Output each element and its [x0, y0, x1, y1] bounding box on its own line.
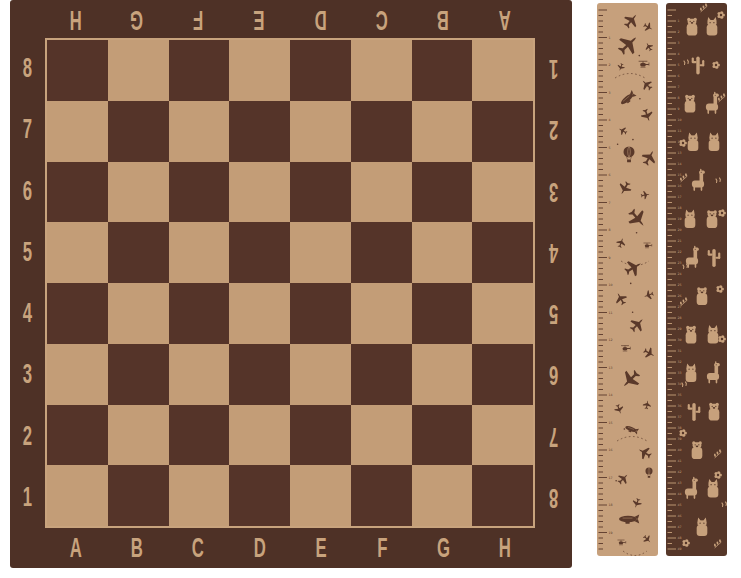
file-label-top-A: A	[498, 6, 510, 33]
svg-text:12: 12	[609, 338, 613, 342]
svg-text:41: 41	[678, 459, 682, 463]
file-label-bottom-B: B	[131, 535, 143, 562]
square-f1[interactable]	[351, 465, 412, 526]
square-h4[interactable]	[472, 283, 533, 344]
svg-text:16: 16	[609, 448, 613, 452]
rank-label-left-6: 6	[23, 178, 32, 205]
svg-text:4: 4	[609, 118, 611, 122]
svg-text:32: 32	[678, 360, 682, 364]
bear-icon	[687, 18, 698, 36]
svg-text:47: 47	[678, 525, 682, 529]
bear-icon	[707, 210, 718, 228]
square-e1[interactable]	[290, 465, 351, 526]
rank-label-right-6: 6	[549, 361, 558, 388]
bear-icon	[685, 95, 696, 113]
square-g2[interactable]	[412, 405, 473, 466]
square-g3[interactable]	[412, 344, 473, 405]
square-h1[interactable]	[472, 465, 533, 526]
svg-text:10: 10	[678, 118, 682, 122]
airplane-ruler: 12345678910111213141516171819	[597, 3, 658, 556]
svg-text:37: 37	[678, 415, 682, 419]
square-c1[interactable]	[169, 465, 230, 526]
square-e5[interactable]	[290, 222, 351, 283]
rank-label-left-1: 1	[23, 484, 32, 511]
square-d6[interactable]	[229, 162, 290, 223]
file-label-top-F: F	[193, 6, 203, 33]
svg-text:8: 8	[678, 96, 680, 100]
svg-text:14: 14	[678, 162, 682, 166]
animal-ruler: 1234567891011121314151617181920212223242…	[666, 3, 727, 556]
square-e3[interactable]	[290, 344, 351, 405]
rank-label-left-5: 5	[23, 239, 32, 266]
file-labels-top: HGFEDCBA	[45, 0, 535, 38]
square-f5[interactable]	[351, 222, 412, 283]
svg-text:22: 22	[678, 250, 682, 254]
bear-icon	[709, 403, 720, 421]
square-g5[interactable]	[412, 222, 473, 283]
svg-text:28: 28	[678, 316, 682, 320]
airplane-ruler-svg: 12345678910111213141516171819	[597, 3, 658, 556]
square-h6[interactable]	[472, 162, 533, 223]
square-h3[interactable]	[472, 344, 533, 405]
file-labels-bottom: ABCDEFGH	[45, 528, 535, 568]
rank-label-left-8: 8	[23, 55, 32, 82]
page: HGFEDCBA ABCDEFGH 87654321 12345678 1234…	[0, 0, 741, 578]
rank-label-right-3: 3	[549, 178, 558, 205]
square-a5[interactable]	[47, 222, 108, 283]
square-a6[interactable]	[47, 162, 108, 223]
svg-text:42: 42	[678, 470, 682, 474]
svg-text:6: 6	[678, 74, 680, 78]
rank-label-right-1: 1	[549, 55, 558, 82]
square-a4[interactable]	[47, 283, 108, 344]
svg-text:15: 15	[678, 173, 682, 177]
svg-text:48: 48	[678, 536, 682, 540]
square-d4[interactable]	[229, 283, 290, 344]
svg-text:34: 34	[678, 382, 682, 386]
square-d7[interactable]	[229, 101, 290, 162]
svg-text:38: 38	[678, 426, 682, 430]
square-f2[interactable]	[351, 405, 412, 466]
square-e6[interactable]	[290, 162, 351, 223]
svg-text:46: 46	[678, 514, 682, 518]
svg-text:18: 18	[609, 503, 613, 507]
board-grid-frame	[45, 38, 535, 528]
square-c8[interactable]	[169, 40, 230, 101]
file-label-top-E: E	[254, 6, 265, 33]
square-d1[interactable]	[229, 465, 290, 526]
square-d5[interactable]	[229, 222, 290, 283]
svg-text:39: 39	[678, 437, 682, 441]
square-d2[interactable]	[229, 405, 290, 466]
svg-text:6: 6	[609, 173, 611, 177]
square-c7[interactable]	[169, 101, 230, 162]
svg-text:49: 49	[678, 547, 682, 551]
svg-text:7: 7	[678, 85, 680, 89]
square-d3[interactable]	[229, 344, 290, 405]
square-f7[interactable]	[351, 101, 412, 162]
square-f4[interactable]	[351, 283, 412, 344]
square-a7[interactable]	[47, 101, 108, 162]
square-b8[interactable]	[108, 40, 169, 101]
file-label-top-G: G	[130, 6, 143, 33]
square-c2[interactable]	[169, 405, 230, 466]
rank-label-right-2: 2	[549, 116, 558, 143]
svg-text:13: 13	[678, 151, 682, 155]
svg-text:15: 15	[609, 421, 613, 425]
file-label-top-C: C	[376, 6, 388, 33]
svg-text:21: 21	[678, 239, 682, 243]
svg-text:20: 20	[678, 228, 682, 232]
svg-text:8: 8	[609, 228, 611, 232]
square-h8[interactable]	[472, 40, 533, 101]
file-label-bottom-C: C	[192, 535, 204, 562]
square-f6[interactable]	[351, 162, 412, 223]
svg-text:17: 17	[609, 476, 613, 480]
svg-text:40: 40	[678, 448, 682, 452]
svg-text:7: 7	[609, 201, 611, 205]
square-a3[interactable]	[47, 344, 108, 405]
square-h7[interactable]	[472, 101, 533, 162]
animal-ruler-svg: 1234567891011121314151617181920212223242…	[666, 3, 727, 556]
svg-text:17: 17	[678, 195, 682, 199]
chess-board: HGFEDCBA ABCDEFGH 87654321 12345678	[10, 0, 572, 568]
svg-text:14: 14	[609, 393, 613, 397]
square-g7[interactable]	[412, 101, 473, 162]
svg-text:25: 25	[678, 283, 682, 287]
square-b7[interactable]	[108, 101, 169, 162]
svg-text:4: 4	[678, 52, 680, 56]
svg-text:11: 11	[678, 129, 682, 133]
svg-text:19: 19	[678, 217, 682, 221]
rank-label-left-7: 7	[23, 116, 32, 143]
svg-text:43: 43	[678, 481, 682, 485]
square-e4[interactable]	[290, 283, 351, 344]
svg-text:19: 19	[609, 531, 613, 535]
square-a2[interactable]	[47, 405, 108, 466]
square-e8[interactable]	[290, 40, 351, 101]
bear-icon	[692, 441, 703, 459]
svg-text:45: 45	[678, 503, 682, 507]
square-c3[interactable]	[169, 344, 230, 405]
rank-label-right-5: 5	[549, 300, 558, 327]
rank-labels-left: 87654321	[10, 38, 45, 528]
square-d8[interactable]	[229, 40, 290, 101]
svg-text:44: 44	[678, 492, 682, 496]
rank-label-left-2: 2	[23, 423, 32, 450]
square-e7[interactable]	[290, 101, 351, 162]
rank-label-left-3: 3	[23, 361, 32, 388]
square-b2[interactable]	[108, 405, 169, 466]
rank-label-right-8: 8	[549, 484, 558, 511]
svg-text:29: 29	[678, 327, 682, 331]
rank-label-right-7: 7	[549, 423, 558, 450]
bear-icon	[686, 326, 697, 344]
square-h2[interactable]	[472, 405, 533, 466]
file-label-top-H: H	[70, 6, 82, 33]
rank-labels-right: 12345678	[535, 38, 572, 528]
square-b1[interactable]	[108, 465, 169, 526]
svg-text:33: 33	[678, 371, 682, 375]
file-label-bottom-F: F	[377, 535, 387, 562]
board-grid	[47, 40, 533, 526]
file-label-bottom-A: A	[70, 535, 82, 562]
file-label-bottom-H: H	[498, 535, 510, 562]
square-e2[interactable]	[290, 405, 351, 466]
square-a8[interactable]	[47, 40, 108, 101]
square-c6[interactable]	[169, 162, 230, 223]
file-label-top-B: B	[437, 6, 449, 33]
svg-text:9: 9	[678, 107, 680, 111]
square-b4[interactable]	[108, 283, 169, 344]
svg-text:9: 9	[609, 256, 611, 260]
file-label-top-D: D	[315, 6, 327, 33]
svg-text:5: 5	[678, 63, 680, 67]
svg-text:3: 3	[609, 91, 611, 95]
svg-text:26: 26	[678, 294, 682, 298]
svg-text:31: 31	[678, 349, 682, 353]
svg-text:30: 30	[678, 338, 682, 342]
svg-text:1: 1	[609, 36, 611, 40]
square-f8[interactable]	[351, 40, 412, 101]
square-c4[interactable]	[169, 283, 230, 344]
file-label-bottom-G: G	[437, 535, 450, 562]
square-g1[interactable]	[412, 465, 473, 526]
square-g8[interactable]	[412, 40, 473, 101]
square-a1[interactable]	[47, 465, 108, 526]
svg-text:13: 13	[609, 366, 613, 370]
svg-text:16: 16	[678, 184, 682, 188]
svg-text:2: 2	[678, 30, 680, 34]
rank-label-left-4: 4	[23, 300, 32, 327]
svg-text:11: 11	[609, 311, 613, 315]
square-b3[interactable]	[108, 344, 169, 405]
rank-label-right-4: 4	[549, 239, 558, 266]
svg-text:35: 35	[678, 393, 682, 397]
file-label-bottom-D: D	[253, 535, 265, 562]
svg-text:18: 18	[678, 206, 682, 210]
svg-text:5: 5	[609, 146, 611, 150]
square-b5[interactable]	[108, 222, 169, 283]
square-h5[interactable]	[472, 222, 533, 283]
svg-text:10: 10	[609, 283, 613, 287]
svg-text:1: 1	[678, 19, 680, 23]
svg-text:23: 23	[678, 261, 682, 265]
svg-text:2: 2	[609, 63, 611, 67]
bear-icon	[697, 287, 708, 305]
square-c5[interactable]	[169, 222, 230, 283]
square-f3[interactable]	[351, 344, 412, 405]
svg-text:24: 24	[678, 272, 682, 276]
svg-text:36: 36	[678, 404, 682, 408]
square-g6[interactable]	[412, 162, 473, 223]
svg-text:3: 3	[678, 41, 680, 45]
file-label-bottom-E: E	[315, 535, 326, 562]
square-g4[interactable]	[412, 283, 473, 344]
square-b6[interactable]	[108, 162, 169, 223]
